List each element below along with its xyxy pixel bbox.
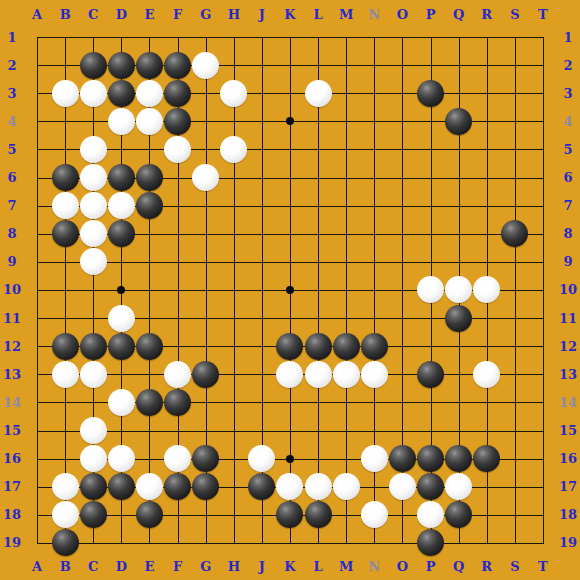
intersection-L5[interactable]: [304, 135, 332, 163]
intersection-H17[interactable]: [220, 473, 248, 501]
intersection-F3[interactable]: [164, 79, 192, 107]
intersection-R11[interactable]: [473, 304, 501, 332]
intersection-R8[interactable]: [473, 220, 501, 248]
intersection-O17[interactable]: [388, 473, 416, 501]
intersection-D12[interactable]: [107, 332, 135, 360]
intersection-T9[interactable]: [529, 248, 557, 276]
intersection-P12[interactable]: [416, 332, 444, 360]
intersection-P4[interactable]: [416, 107, 444, 135]
intersection-K6[interactable]: [276, 164, 304, 192]
intersection-L7[interactable]: [304, 192, 332, 220]
intersection-D5[interactable]: [107, 135, 135, 163]
intersection-E1[interactable]: [135, 23, 163, 51]
intersection-Q5[interactable]: [445, 135, 473, 163]
intersection-K9[interactable]: [276, 248, 304, 276]
intersection-L3[interactable]: [304, 79, 332, 107]
intersection-C17[interactable]: [79, 473, 107, 501]
intersection-M6[interactable]: [332, 164, 360, 192]
intersection-N2[interactable]: [360, 51, 388, 79]
intersection-N19[interactable]: [360, 529, 388, 557]
intersection-A16[interactable]: [23, 445, 51, 473]
intersection-D13[interactable]: [107, 360, 135, 388]
intersection-P9[interactable]: [416, 248, 444, 276]
intersection-T8[interactable]: [529, 220, 557, 248]
intersection-F11[interactable]: [164, 304, 192, 332]
intersection-R17[interactable]: [473, 473, 501, 501]
intersection-O13[interactable]: [388, 360, 416, 388]
intersection-E10[interactable]: [135, 276, 163, 304]
intersection-B12[interactable]: [51, 332, 79, 360]
intersection-J15[interactable]: [248, 416, 276, 444]
intersection-J8[interactable]: [248, 220, 276, 248]
intersection-D9[interactable]: [107, 248, 135, 276]
intersection-N3[interactable]: [360, 79, 388, 107]
intersection-N1[interactable]: [360, 23, 388, 51]
intersection-B4[interactable]: [51, 107, 79, 135]
intersection-H10[interactable]: [220, 276, 248, 304]
intersection-M9[interactable]: [332, 248, 360, 276]
intersection-Q19[interactable]: [445, 529, 473, 557]
intersection-T14[interactable]: [529, 388, 557, 416]
intersection-S10[interactable]: [501, 276, 529, 304]
intersection-N16[interactable]: [360, 445, 388, 473]
intersection-D15[interactable]: [107, 416, 135, 444]
intersection-M15[interactable]: [332, 416, 360, 444]
intersection-H19[interactable]: [220, 529, 248, 557]
intersection-R13[interactable]: [473, 360, 501, 388]
intersection-B3[interactable]: [51, 79, 79, 107]
intersection-G13[interactable]: [192, 360, 220, 388]
intersection-S17[interactable]: [501, 473, 529, 501]
intersection-E14[interactable]: [135, 388, 163, 416]
intersection-E16[interactable]: [135, 445, 163, 473]
intersection-N17[interactable]: [360, 473, 388, 501]
intersection-B14[interactable]: [51, 388, 79, 416]
intersection-O11[interactable]: [388, 304, 416, 332]
intersection-M8[interactable]: [332, 220, 360, 248]
intersection-F2[interactable]: [164, 51, 192, 79]
intersection-L6[interactable]: [304, 164, 332, 192]
intersection-C16[interactable]: [79, 445, 107, 473]
intersection-H11[interactable]: [220, 304, 248, 332]
intersection-S6[interactable]: [501, 164, 529, 192]
intersection-L11[interactable]: [304, 304, 332, 332]
intersection-M19[interactable]: [332, 529, 360, 557]
intersection-P16[interactable]: [416, 445, 444, 473]
intersection-H12[interactable]: [220, 332, 248, 360]
intersection-N18[interactable]: [360, 501, 388, 529]
intersection-L8[interactable]: [304, 220, 332, 248]
intersection-H9[interactable]: [220, 248, 248, 276]
intersection-S4[interactable]: [501, 107, 529, 135]
intersection-A15[interactable]: [23, 416, 51, 444]
intersection-E5[interactable]: [135, 135, 163, 163]
intersection-E9[interactable]: [135, 248, 163, 276]
intersection-P10[interactable]: [416, 276, 444, 304]
intersection-D10[interactable]: [107, 276, 135, 304]
intersection-S11[interactable]: [501, 304, 529, 332]
intersection-K10[interactable]: [276, 276, 304, 304]
intersection-M1[interactable]: [332, 23, 360, 51]
intersection-J14[interactable]: [248, 388, 276, 416]
intersection-D3[interactable]: [107, 79, 135, 107]
intersection-T5[interactable]: [529, 135, 557, 163]
intersection-F7[interactable]: [164, 192, 192, 220]
intersection-N15[interactable]: [360, 416, 388, 444]
intersection-N11[interactable]: [360, 304, 388, 332]
intersection-B11[interactable]: [51, 304, 79, 332]
intersection-O8[interactable]: [388, 220, 416, 248]
intersection-J11[interactable]: [248, 304, 276, 332]
intersection-G2[interactable]: [192, 51, 220, 79]
intersection-S9[interactable]: [501, 248, 529, 276]
intersection-Q18[interactable]: [445, 501, 473, 529]
intersection-T19[interactable]: [529, 529, 557, 557]
intersection-K17[interactable]: [276, 473, 304, 501]
intersection-D14[interactable]: [107, 388, 135, 416]
intersection-L13[interactable]: [304, 360, 332, 388]
intersection-E19[interactable]: [135, 529, 163, 557]
intersection-E13[interactable]: [135, 360, 163, 388]
intersection-B6[interactable]: [51, 164, 79, 192]
intersection-J7[interactable]: [248, 192, 276, 220]
intersection-O10[interactable]: [388, 276, 416, 304]
intersection-H16[interactable]: [220, 445, 248, 473]
intersection-Q10[interactable]: [445, 276, 473, 304]
intersection-E6[interactable]: [135, 164, 163, 192]
intersection-M3[interactable]: [332, 79, 360, 107]
intersection-F19[interactable]: [164, 529, 192, 557]
intersection-F14[interactable]: [164, 388, 192, 416]
intersection-T4[interactable]: [529, 107, 557, 135]
intersection-J16[interactable]: [248, 445, 276, 473]
intersection-T10[interactable]: [529, 276, 557, 304]
intersection-L18[interactable]: [304, 501, 332, 529]
intersection-B1[interactable]: [51, 23, 79, 51]
intersection-J4[interactable]: [248, 107, 276, 135]
intersection-T3[interactable]: [529, 79, 557, 107]
intersection-B10[interactable]: [51, 276, 79, 304]
intersection-S13[interactable]: [501, 360, 529, 388]
intersection-J2[interactable]: [248, 51, 276, 79]
intersection-C12[interactable]: [79, 332, 107, 360]
intersection-R3[interactable]: [473, 79, 501, 107]
intersection-A6[interactable]: [23, 164, 51, 192]
intersection-R10[interactable]: [473, 276, 501, 304]
intersection-N10[interactable]: [360, 276, 388, 304]
intersection-Q2[interactable]: [445, 51, 473, 79]
intersection-S12[interactable]: [501, 332, 529, 360]
intersection-Q11[interactable]: [445, 304, 473, 332]
intersection-T16[interactable]: [529, 445, 557, 473]
intersection-R12[interactable]: [473, 332, 501, 360]
intersection-J12[interactable]: [248, 332, 276, 360]
intersection-D4[interactable]: [107, 107, 135, 135]
intersection-E8[interactable]: [135, 220, 163, 248]
intersection-A14[interactable]: [23, 388, 51, 416]
intersection-F15[interactable]: [164, 416, 192, 444]
intersection-G16[interactable]: [192, 445, 220, 473]
intersection-R15[interactable]: [473, 416, 501, 444]
intersection-K7[interactable]: [276, 192, 304, 220]
intersection-D18[interactable]: [107, 501, 135, 529]
intersection-T11[interactable]: [529, 304, 557, 332]
intersection-S5[interactable]: [501, 135, 529, 163]
intersection-N4[interactable]: [360, 107, 388, 135]
intersection-A4[interactable]: [23, 107, 51, 135]
intersection-G17[interactable]: [192, 473, 220, 501]
intersection-D2[interactable]: [107, 51, 135, 79]
intersection-C8[interactable]: [79, 220, 107, 248]
intersection-L16[interactable]: [304, 445, 332, 473]
intersection-C6[interactable]: [79, 164, 107, 192]
intersection-C14[interactable]: [79, 388, 107, 416]
intersection-P1[interactable]: [416, 23, 444, 51]
intersection-S3[interactable]: [501, 79, 529, 107]
intersection-L12[interactable]: [304, 332, 332, 360]
intersection-A11[interactable]: [23, 304, 51, 332]
intersection-C5[interactable]: [79, 135, 107, 163]
intersection-L10[interactable]: [304, 276, 332, 304]
intersection-E17[interactable]: [135, 473, 163, 501]
intersection-R19[interactable]: [473, 529, 501, 557]
intersection-H5[interactable]: [220, 135, 248, 163]
intersection-A9[interactable]: [23, 248, 51, 276]
intersection-J5[interactable]: [248, 135, 276, 163]
intersection-G14[interactable]: [192, 388, 220, 416]
intersection-O12[interactable]: [388, 332, 416, 360]
intersection-C7[interactable]: [79, 192, 107, 220]
intersection-M13[interactable]: [332, 360, 360, 388]
intersection-T17[interactable]: [529, 473, 557, 501]
intersection-T6[interactable]: [529, 164, 557, 192]
intersection-T7[interactable]: [529, 192, 557, 220]
intersection-B8[interactable]: [51, 220, 79, 248]
intersection-B18[interactable]: [51, 501, 79, 529]
intersection-R2[interactable]: [473, 51, 501, 79]
intersection-A2[interactable]: [23, 51, 51, 79]
intersection-G1[interactable]: [192, 23, 220, 51]
intersection-K19[interactable]: [276, 529, 304, 557]
intersection-L19[interactable]: [304, 529, 332, 557]
intersection-N7[interactable]: [360, 192, 388, 220]
intersection-A13[interactable]: [23, 360, 51, 388]
intersection-Q6[interactable]: [445, 164, 473, 192]
intersection-C2[interactable]: [79, 51, 107, 79]
intersection-J6[interactable]: [248, 164, 276, 192]
intersection-N14[interactable]: [360, 388, 388, 416]
intersection-F1[interactable]: [164, 23, 192, 51]
intersection-C1[interactable]: [79, 23, 107, 51]
intersection-E7[interactable]: [135, 192, 163, 220]
intersection-P13[interactable]: [416, 360, 444, 388]
intersection-M4[interactable]: [332, 107, 360, 135]
intersection-Q14[interactable]: [445, 388, 473, 416]
intersection-Q15[interactable]: [445, 416, 473, 444]
intersection-F4[interactable]: [164, 107, 192, 135]
intersection-R14[interactable]: [473, 388, 501, 416]
intersection-O5[interactable]: [388, 135, 416, 163]
intersection-O2[interactable]: [388, 51, 416, 79]
intersection-J19[interactable]: [248, 529, 276, 557]
intersection-Q4[interactable]: [445, 107, 473, 135]
intersection-R5[interactable]: [473, 135, 501, 163]
intersection-H13[interactable]: [220, 360, 248, 388]
intersection-L1[interactable]: [304, 23, 332, 51]
intersection-A12[interactable]: [23, 332, 51, 360]
intersection-P6[interactable]: [416, 164, 444, 192]
intersection-O6[interactable]: [388, 164, 416, 192]
intersection-A8[interactable]: [23, 220, 51, 248]
intersection-C4[interactable]: [79, 107, 107, 135]
intersection-Q13[interactable]: [445, 360, 473, 388]
intersection-T15[interactable]: [529, 416, 557, 444]
intersection-S15[interactable]: [501, 416, 529, 444]
intersection-G7[interactable]: [192, 192, 220, 220]
intersection-B9[interactable]: [51, 248, 79, 276]
intersection-D7[interactable]: [107, 192, 135, 220]
intersection-M16[interactable]: [332, 445, 360, 473]
intersection-J3[interactable]: [248, 79, 276, 107]
intersection-B17[interactable]: [51, 473, 79, 501]
intersection-D19[interactable]: [107, 529, 135, 557]
intersection-A3[interactable]: [23, 79, 51, 107]
intersection-Q12[interactable]: [445, 332, 473, 360]
intersection-B13[interactable]: [51, 360, 79, 388]
intersection-R16[interactable]: [473, 445, 501, 473]
intersection-F12[interactable]: [164, 332, 192, 360]
intersection-K15[interactable]: [276, 416, 304, 444]
intersection-T2[interactable]: [529, 51, 557, 79]
intersection-A1[interactable]: [23, 23, 51, 51]
intersection-M5[interactable]: [332, 135, 360, 163]
intersection-A18[interactable]: [23, 501, 51, 529]
intersection-C10[interactable]: [79, 276, 107, 304]
intersection-J13[interactable]: [248, 360, 276, 388]
intersection-L9[interactable]: [304, 248, 332, 276]
intersection-G6[interactable]: [192, 164, 220, 192]
intersection-B15[interactable]: [51, 416, 79, 444]
intersection-K4[interactable]: [276, 107, 304, 135]
intersection-E18[interactable]: [135, 501, 163, 529]
intersection-A7[interactable]: [23, 192, 51, 220]
intersection-P3[interactable]: [416, 79, 444, 107]
intersection-M2[interactable]: [332, 51, 360, 79]
intersection-O19[interactable]: [388, 529, 416, 557]
intersection-S16[interactable]: [501, 445, 529, 473]
intersection-K11[interactable]: [276, 304, 304, 332]
intersection-G4[interactable]: [192, 107, 220, 135]
intersection-O14[interactable]: [388, 388, 416, 416]
intersection-B7[interactable]: [51, 192, 79, 220]
intersection-N9[interactable]: [360, 248, 388, 276]
intersection-R4[interactable]: [473, 107, 501, 135]
intersection-P11[interactable]: [416, 304, 444, 332]
intersection-K18[interactable]: [276, 501, 304, 529]
intersection-D17[interactable]: [107, 473, 135, 501]
intersection-E2[interactable]: [135, 51, 163, 79]
intersection-D11[interactable]: [107, 304, 135, 332]
intersection-C3[interactable]: [79, 79, 107, 107]
intersection-C15[interactable]: [79, 416, 107, 444]
intersection-F18[interactable]: [164, 501, 192, 529]
intersection-T13[interactable]: [529, 360, 557, 388]
intersection-L17[interactable]: [304, 473, 332, 501]
intersection-G5[interactable]: [192, 135, 220, 163]
intersection-P7[interactable]: [416, 192, 444, 220]
intersection-F8[interactable]: [164, 220, 192, 248]
intersection-A10[interactable]: [23, 276, 51, 304]
intersection-A5[interactable]: [23, 135, 51, 163]
intersection-P5[interactable]: [416, 135, 444, 163]
intersection-N13[interactable]: [360, 360, 388, 388]
go-board[interactable]: [23, 23, 557, 557]
intersection-Q8[interactable]: [445, 220, 473, 248]
intersection-Q3[interactable]: [445, 79, 473, 107]
intersection-Q7[interactable]: [445, 192, 473, 220]
intersection-P19[interactable]: [416, 529, 444, 557]
intersection-P18[interactable]: [416, 501, 444, 529]
intersection-M11[interactable]: [332, 304, 360, 332]
intersection-C13[interactable]: [79, 360, 107, 388]
intersection-K5[interactable]: [276, 135, 304, 163]
intersection-K8[interactable]: [276, 220, 304, 248]
intersection-M14[interactable]: [332, 388, 360, 416]
intersection-H15[interactable]: [220, 416, 248, 444]
intersection-T1[interactable]: [529, 23, 557, 51]
intersection-H7[interactable]: [220, 192, 248, 220]
intersection-J18[interactable]: [248, 501, 276, 529]
intersection-T18[interactable]: [529, 501, 557, 529]
intersection-K3[interactable]: [276, 79, 304, 107]
intersection-M10[interactable]: [332, 276, 360, 304]
intersection-D16[interactable]: [107, 445, 135, 473]
intersection-T12[interactable]: [529, 332, 557, 360]
intersection-O9[interactable]: [388, 248, 416, 276]
intersection-H2[interactable]: [220, 51, 248, 79]
intersection-O18[interactable]: [388, 501, 416, 529]
intersection-R1[interactable]: [473, 23, 501, 51]
intersection-K14[interactable]: [276, 388, 304, 416]
intersection-D8[interactable]: [107, 220, 135, 248]
intersection-G18[interactable]: [192, 501, 220, 529]
intersection-F10[interactable]: [164, 276, 192, 304]
intersection-S2[interactable]: [501, 51, 529, 79]
intersection-K1[interactable]: [276, 23, 304, 51]
intersection-H1[interactable]: [220, 23, 248, 51]
intersection-M12[interactable]: [332, 332, 360, 360]
intersection-A19[interactable]: [23, 529, 51, 557]
intersection-H18[interactable]: [220, 501, 248, 529]
intersection-C11[interactable]: [79, 304, 107, 332]
intersection-R7[interactable]: [473, 192, 501, 220]
intersection-M17[interactable]: [332, 473, 360, 501]
intersection-O16[interactable]: [388, 445, 416, 473]
intersection-L2[interactable]: [304, 51, 332, 79]
intersection-Q16[interactable]: [445, 445, 473, 473]
intersection-K2[interactable]: [276, 51, 304, 79]
intersection-N12[interactable]: [360, 332, 388, 360]
intersection-G12[interactable]: [192, 332, 220, 360]
intersection-S14[interactable]: [501, 388, 529, 416]
intersection-E15[interactable]: [135, 416, 163, 444]
intersection-L14[interactable]: [304, 388, 332, 416]
intersection-J17[interactable]: [248, 473, 276, 501]
intersection-P14[interactable]: [416, 388, 444, 416]
intersection-G10[interactable]: [192, 276, 220, 304]
intersection-H3[interactable]: [220, 79, 248, 107]
intersection-J10[interactable]: [248, 276, 276, 304]
